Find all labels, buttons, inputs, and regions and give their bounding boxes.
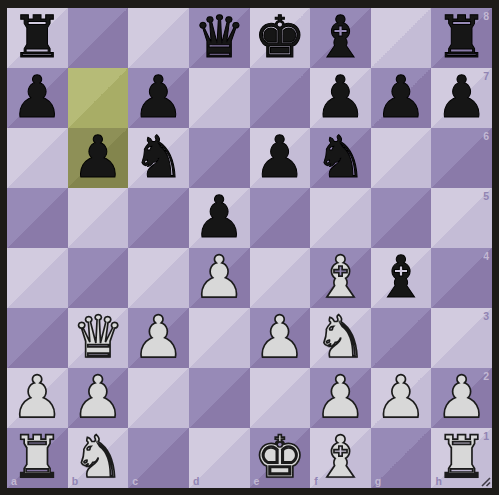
square-g7[interactable]: ♟: [371, 68, 432, 128]
piece-white-king[interactable]: ♚: [254, 428, 306, 486]
piece-white-queen[interactable]: ♛: [72, 308, 124, 366]
square-f8[interactable]: ♝: [310, 8, 371, 68]
piece-black-bishop[interactable]: ♝: [314, 8, 366, 66]
square-d2[interactable]: [189, 368, 250, 428]
piece-white-bishop[interactable]: ♝: [314, 428, 366, 486]
piece-white-bishop[interactable]: ♝: [314, 248, 366, 306]
square-c3[interactable]: ♟: [128, 308, 189, 368]
piece-black-queen[interactable]: ♛: [193, 8, 245, 66]
piece-white-pawn[interactable]: ♟: [254, 308, 306, 366]
square-f1[interactable]: ♝f: [310, 428, 371, 488]
square-a7[interactable]: ♟: [7, 68, 68, 128]
rank-label-5: 5: [483, 191, 489, 202]
square-e5[interactable]: [250, 188, 311, 248]
square-b7[interactable]: [68, 68, 129, 128]
square-a4[interactable]: [7, 248, 68, 308]
rank-label-3: 3: [483, 311, 489, 322]
square-a6[interactable]: [7, 128, 68, 188]
piece-white-pawn[interactable]: ♟: [133, 308, 185, 366]
square-g8[interactable]: [371, 8, 432, 68]
square-h3[interactable]: 3: [431, 308, 492, 368]
square-b6[interactable]: ♟: [68, 128, 129, 188]
square-f3[interactable]: ♞: [310, 308, 371, 368]
square-h2[interactable]: ♟2: [431, 368, 492, 428]
square-h5[interactable]: 5: [431, 188, 492, 248]
square-c6[interactable]: ♞: [128, 128, 189, 188]
piece-black-pawn[interactable]: ♟: [254, 128, 306, 186]
square-c2[interactable]: [128, 368, 189, 428]
square-h8[interactable]: ♜8: [431, 8, 492, 68]
square-a3[interactable]: [7, 308, 68, 368]
square-b3[interactable]: ♛: [68, 308, 129, 368]
square-e1[interactable]: ♚e: [250, 428, 311, 488]
piece-white-rook[interactable]: ♜: [11, 428, 63, 486]
square-f4[interactable]: ♝: [310, 248, 371, 308]
piece-white-pawn[interactable]: ♟: [193, 248, 245, 306]
square-h1[interactable]: ♜1h: [431, 428, 492, 488]
square-d4[interactable]: ♟: [189, 248, 250, 308]
square-c5[interactable]: [128, 188, 189, 248]
square-b1[interactable]: ♞b: [68, 428, 129, 488]
rank-label-4: 4: [483, 251, 489, 262]
square-d6[interactable]: [189, 128, 250, 188]
square-g1[interactable]: g: [371, 428, 432, 488]
square-b8[interactable]: [68, 8, 129, 68]
piece-black-pawn[interactable]: ♟: [133, 68, 185, 126]
square-h6[interactable]: 6: [431, 128, 492, 188]
square-f5[interactable]: [310, 188, 371, 248]
square-b4[interactable]: [68, 248, 129, 308]
square-d3[interactable]: [189, 308, 250, 368]
piece-black-pawn[interactable]: ♟: [375, 68, 427, 126]
piece-white-pawn[interactable]: ♟: [11, 368, 63, 426]
square-a5[interactable]: [7, 188, 68, 248]
piece-black-rook[interactable]: ♜: [11, 8, 63, 66]
square-e7[interactable]: [250, 68, 311, 128]
piece-white-pawn[interactable]: ♟: [375, 368, 427, 426]
piece-black-pawn[interactable]: ♟: [436, 68, 488, 126]
piece-black-knight[interactable]: ♞: [133, 128, 185, 186]
square-g3[interactable]: [371, 308, 432, 368]
piece-black-pawn[interactable]: ♟: [193, 188, 245, 246]
piece-white-pawn[interactable]: ♟: [436, 368, 488, 426]
piece-black-pawn[interactable]: ♟: [314, 68, 366, 126]
piece-white-knight[interactable]: ♞: [72, 428, 124, 486]
square-a8[interactable]: ♜: [7, 8, 68, 68]
square-f7[interactable]: ♟: [310, 68, 371, 128]
rank-label-6: 6: [483, 131, 489, 142]
square-c4[interactable]: [128, 248, 189, 308]
square-d5[interactable]: ♟: [189, 188, 250, 248]
square-g6[interactable]: [371, 128, 432, 188]
square-c7[interactable]: ♟: [128, 68, 189, 128]
square-h4[interactable]: 4: [431, 248, 492, 308]
chess-board[interactable]: ♜♛♚♝♜8♟♟♟♟♟7♟♞♟♞6♟5♟♝♝4♛♟♟♞3♟♟♟♟♟2♜a♞bcd…: [7, 8, 492, 488]
square-e2[interactable]: [250, 368, 311, 428]
square-g2[interactable]: ♟: [371, 368, 432, 428]
square-g4[interactable]: ♝: [371, 248, 432, 308]
piece-black-pawn[interactable]: ♟: [11, 68, 63, 126]
piece-white-pawn[interactable]: ♟: [314, 368, 366, 426]
square-e4[interactable]: [250, 248, 311, 308]
piece-black-king[interactable]: ♚: [254, 8, 306, 66]
piece-black-bishop[interactable]: ♝: [375, 248, 427, 306]
piece-black-rook[interactable]: ♜: [436, 8, 488, 66]
square-d7[interactable]: [189, 68, 250, 128]
board-container: ♜♛♚♝♜8♟♟♟♟♟7♟♞♟♞6♟5♟♝♝4♛♟♟♞3♟♟♟♟♟2♜a♞bcd…: [0, 0, 499, 495]
piece-white-knight[interactable]: ♞: [314, 308, 366, 366]
file-label-d: d: [193, 476, 199, 487]
square-e3[interactable]: ♟: [250, 308, 311, 368]
square-e6[interactable]: ♟: [250, 128, 311, 188]
square-b5[interactable]: [68, 188, 129, 248]
file-label-c: c: [132, 476, 138, 487]
square-a2[interactable]: ♟: [7, 368, 68, 428]
square-f6[interactable]: ♞: [310, 128, 371, 188]
file-label-g: g: [375, 476, 381, 487]
board-resize-handle-icon[interactable]: [479, 475, 491, 487]
square-f2[interactable]: ♟: [310, 368, 371, 428]
square-c1[interactable]: c: [128, 428, 189, 488]
square-h7[interactable]: ♟7: [431, 68, 492, 128]
square-a1[interactable]: ♜a: [7, 428, 68, 488]
square-b2[interactable]: ♟: [68, 368, 129, 428]
square-c8[interactable]: [128, 8, 189, 68]
piece-black-knight[interactable]: ♞: [314, 128, 366, 186]
square-e8[interactable]: ♚: [250, 8, 311, 68]
piece-black-pawn[interactable]: ♟: [72, 128, 124, 186]
piece-white-pawn[interactable]: ♟: [72, 368, 124, 426]
square-d1[interactable]: d: [189, 428, 250, 488]
square-g5[interactable]: [371, 188, 432, 248]
square-d8[interactable]: ♛: [189, 8, 250, 68]
